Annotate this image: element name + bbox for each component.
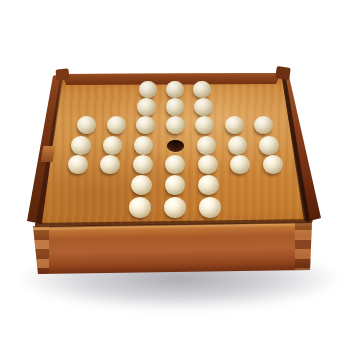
peg-f4[interactable] (228, 136, 248, 155)
peg-d7[interactable] (166, 81, 184, 98)
peg-g4[interactable] (259, 136, 279, 155)
peg-c4[interactable] (134, 136, 154, 155)
peg-d6[interactable] (166, 98, 185, 116)
peg-c6[interactable] (137, 98, 156, 116)
peg-c5[interactable] (136, 116, 155, 134)
board-photo (0, 0, 360, 360)
peg-e2[interactable] (198, 175, 219, 195)
peg-c1[interactable] (129, 197, 151, 218)
peg-a3[interactable] (68, 155, 88, 174)
peg-a4[interactable] (71, 136, 91, 155)
peg-e4[interactable] (197, 136, 217, 155)
peg-a5[interactable] (77, 116, 96, 134)
peg-b4[interactable] (103, 136, 123, 155)
peg-c2[interactable] (131, 175, 152, 195)
peg-f3[interactable] (230, 155, 250, 174)
peg-e7[interactable] (193, 81, 211, 98)
pieces-layer (0, 0, 360, 360)
peg-d3[interactable] (165, 155, 185, 174)
peg-e5[interactable] (195, 116, 214, 134)
peg-e6[interactable] (194, 98, 213, 116)
peg-g3[interactable] (263, 155, 283, 174)
peg-b3[interactable] (100, 155, 120, 174)
peg-c7[interactable] (139, 81, 157, 98)
peg-e3[interactable] (198, 155, 218, 174)
peg-b5[interactable] (107, 116, 126, 134)
peg-e1[interactable] (199, 197, 221, 218)
empty-hole-d4[interactable] (167, 140, 184, 152)
peg-d2[interactable] (165, 175, 186, 195)
peg-d1[interactable] (164, 197, 186, 218)
peg-d5[interactable] (166, 116, 185, 134)
peg-f5[interactable] (225, 116, 244, 134)
peg-c3[interactable] (133, 155, 153, 174)
peg-g5[interactable] (254, 116, 273, 134)
